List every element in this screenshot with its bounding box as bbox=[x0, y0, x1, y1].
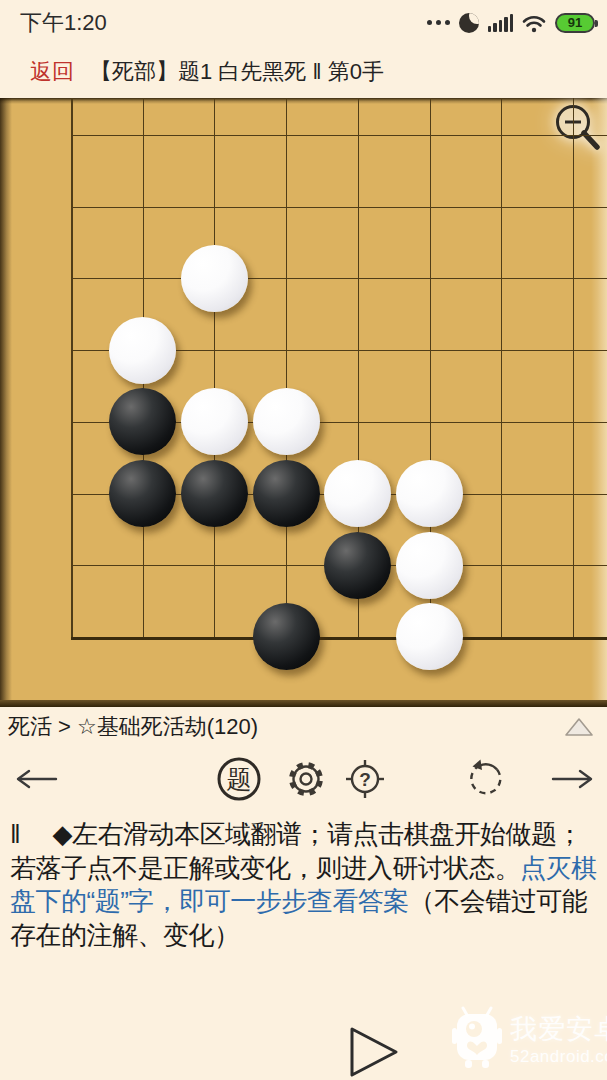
stone-white bbox=[396, 460, 463, 527]
grid-line-vertical bbox=[573, 98, 574, 640]
notification-dots-icon bbox=[427, 20, 450, 25]
breadcrumb-bar: 死活 > ☆基础死活劫(120) bbox=[0, 707, 607, 747]
status-icons: 91 bbox=[427, 0, 595, 45]
svg-text:?: ? bbox=[359, 769, 371, 790]
clock: 下午1:20 bbox=[20, 8, 107, 38]
help-question-icon[interactable]: ? bbox=[342, 756, 388, 802]
battery-percent: 91 bbox=[568, 15, 582, 30]
stone-white bbox=[324, 460, 391, 527]
instruction-black-1: ‖ ◆左右滑动本区域翻谱；请点击棋盘开始做题；若落子点不是正解或变化，则进入研讨… bbox=[10, 819, 582, 883]
robot-mascot-icon bbox=[452, 1006, 502, 1072]
prev-move-arrow-icon[interactable] bbox=[14, 768, 58, 790]
watermark: 我爱安卓 52android.com bbox=[452, 1006, 607, 1072]
problem-badge-char: 题 bbox=[227, 765, 252, 793]
grid-line-horizontal bbox=[71, 637, 607, 640]
breadcrumb[interactable]: 死活 > ☆基础死活劫(120) bbox=[8, 712, 258, 742]
battery-icon: 91 bbox=[555, 13, 595, 33]
grid-line-horizontal bbox=[71, 278, 607, 279]
reset-replay-icon[interactable] bbox=[462, 756, 508, 802]
board-right-highlight bbox=[591, 98, 607, 707]
grid-line-vertical bbox=[501, 98, 502, 640]
settings-gear-icon[interactable] bbox=[283, 756, 329, 802]
stone-white bbox=[181, 245, 248, 312]
grid-line-vertical bbox=[214, 98, 215, 640]
cell-signal-icon bbox=[488, 13, 513, 32]
collapse-up-triangle-icon[interactable] bbox=[565, 717, 593, 737]
go-board[interactable] bbox=[0, 98, 607, 707]
board-top-edge bbox=[0, 98, 607, 104]
status-bar: 下午1:20 91 bbox=[0, 0, 607, 45]
watermark-title: 我爱安卓 bbox=[510, 1011, 607, 1047]
stone-black bbox=[109, 460, 176, 527]
next-move-arrow-icon[interactable] bbox=[551, 768, 595, 790]
stone-black bbox=[253, 603, 320, 670]
grid-line-vertical bbox=[286, 98, 287, 640]
stone-white bbox=[396, 603, 463, 670]
stone-white bbox=[396, 532, 463, 599]
stone-black bbox=[109, 388, 176, 455]
header-bar: 返回 【死部】题1 白先黑死 ‖ 第0手 bbox=[0, 45, 607, 98]
app-screen: 下午1:20 91 返回 【死部】题1 白先黑死 ‖ 第0手 bbox=[0, 0, 607, 1080]
back-button[interactable]: 返回 bbox=[30, 57, 74, 87]
stone-black bbox=[324, 532, 391, 599]
problem-title: 【死部】题1 白先黑死 ‖ 第0手 bbox=[90, 57, 384, 87]
board-left-edge bbox=[0, 98, 12, 707]
stone-black bbox=[181, 460, 248, 527]
stone-black bbox=[253, 460, 320, 527]
instruction-text: ‖ ◆左右滑动本区域翻谱；请点击棋盘开始做题；若落子点不是正解或变化，则进入研讨… bbox=[0, 811, 607, 952]
stone-white bbox=[253, 388, 320, 455]
grid-line-horizontal bbox=[71, 207, 607, 208]
zoom-out-magnifier-icon[interactable] bbox=[552, 101, 604, 157]
grid-line-horizontal bbox=[71, 135, 607, 136]
play-button[interactable] bbox=[344, 1022, 404, 1080]
stone-white bbox=[109, 317, 176, 384]
problem-badge-icon[interactable]: 题 bbox=[216, 756, 262, 802]
do-not-disturb-moon-icon bbox=[459, 13, 479, 33]
stone-white bbox=[181, 388, 248, 455]
wifi-icon bbox=[522, 13, 546, 33]
watermark-domain: 52android.com bbox=[510, 1047, 607, 1067]
toolbar: 题 ? bbox=[0, 747, 607, 811]
board-bottom-edge bbox=[0, 700, 607, 707]
grid-line-vertical bbox=[71, 98, 73, 640]
